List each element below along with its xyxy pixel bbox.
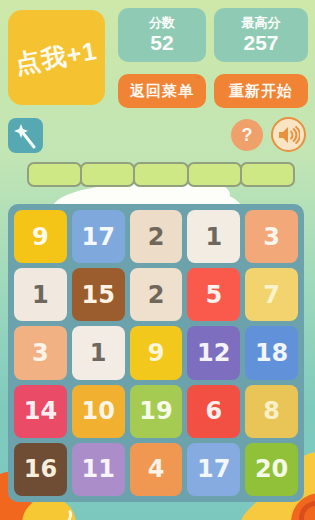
tile[interactable]: 14 [14, 385, 67, 438]
score-box: 分数 52 [118, 8, 206, 62]
best-score-value: 257 [243, 31, 278, 55]
tile[interactable]: 5 [187, 268, 240, 321]
best-score-box: 最高分 257 [214, 8, 308, 62]
score-value: 52 [150, 31, 173, 55]
tile[interactable]: 12 [187, 326, 240, 379]
tile[interactable]: 10 [72, 385, 125, 438]
tile[interactable]: 17 [187, 443, 240, 496]
return-menu-button[interactable]: 返回菜单 [118, 74, 206, 108]
queue-slot [27, 162, 82, 187]
tile[interactable]: 1 [187, 210, 240, 263]
tile[interactable]: 19 [130, 385, 183, 438]
click-me-label: 点我+1 [13, 34, 100, 81]
tile[interactable]: 1 [72, 326, 125, 379]
tile-queue [27, 162, 295, 187]
tile[interactable]: 11 [72, 443, 125, 496]
score-label: 分数 [149, 15, 175, 31]
best-score-label: 最高分 [242, 15, 281, 31]
click-me-plus1-button[interactable]: 点我+1 [8, 10, 105, 105]
tile[interactable]: 9 [130, 326, 183, 379]
queue-slot [187, 162, 242, 187]
restart-button[interactable]: 重新开始 [214, 74, 308, 108]
queue-slot [80, 162, 135, 187]
magic-wand-icon [13, 123, 39, 149]
game-screen: 点我+1 分数 52 最高分 257 返回菜单 重新开始 ? 917213115… [0, 0, 315, 520]
sound-button[interactable] [271, 117, 306, 152]
tile[interactable]: 3 [245, 210, 298, 263]
tile[interactable]: 3 [14, 326, 67, 379]
tile[interactable]: 15 [72, 268, 125, 321]
speaker-icon [278, 125, 300, 145]
tile[interactable]: 9 [14, 210, 67, 263]
board-grid: 917213115257319121814101968161141720 [14, 210, 298, 496]
queue-slot [133, 162, 188, 187]
board: 917213115257319121814101968161141720 [8, 204, 304, 502]
tile[interactable]: 7 [245, 268, 298, 321]
tile[interactable]: 20 [245, 443, 298, 496]
magic-wand-button[interactable] [8, 118, 43, 153]
tile[interactable]: 1 [14, 268, 67, 321]
tile[interactable]: 2 [130, 268, 183, 321]
tile[interactable]: 8 [245, 385, 298, 438]
queue-slot [240, 162, 295, 187]
question-mark-icon: ? [242, 125, 253, 146]
tile[interactable]: 17 [72, 210, 125, 263]
tile[interactable]: 18 [245, 326, 298, 379]
tile[interactable]: 6 [187, 385, 240, 438]
tile[interactable]: 2 [130, 210, 183, 263]
tile[interactable]: 4 [130, 443, 183, 496]
help-button[interactable]: ? [231, 119, 263, 151]
tile[interactable]: 16 [14, 443, 67, 496]
